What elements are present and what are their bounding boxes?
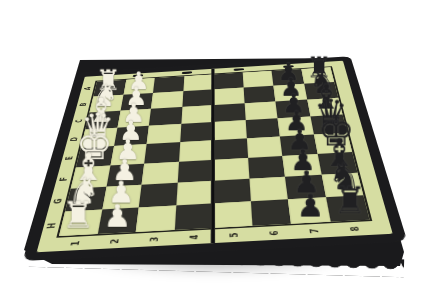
square-c3 [149, 107, 182, 126]
piece-white-rook: ♜ [59, 197, 98, 234]
square-g6 [249, 177, 288, 202]
square-e5 [213, 138, 248, 159]
photo-background: ♜♟♟♜♞♟♟♞♝♟♟♝♛♟♟♛♚♟♟♚♝♟♟♝♞♟♟♞♜♟♟♜ 1234567… [0, 0, 423, 300]
square-b3 [151, 91, 183, 109]
square-e3 [144, 142, 180, 163]
square-f5 [213, 158, 249, 181]
square-d5 [213, 120, 246, 140]
square-g5 [213, 179, 250, 204]
square-h4 [174, 203, 213, 230]
square-h7: ♟ [288, 197, 330, 223]
square-c4 [181, 105, 213, 124]
square-e4 [179, 140, 213, 161]
square-d6 [245, 118, 280, 138]
square-g3 [139, 183, 177, 208]
square-f3 [142, 162, 179, 185]
square-e6 [246, 136, 282, 157]
square-h3 [136, 205, 176, 232]
hinge-icon [182, 71, 192, 74]
square-d3 [147, 124, 181, 144]
square-c6 [244, 101, 277, 120]
square-c5 [213, 103, 245, 122]
chess-set: ♜♟♟♜♞♟♟♞♝♟♟♝♛♟♟♛♚♟♟♚♝♟♟♝♞♟♟♞♜♟♟♜ 1234567… [23, 56, 408, 261]
square-f6 [248, 156, 285, 179]
square-d4 [180, 122, 213, 142]
square-h1: ♜ [59, 209, 102, 236]
square-h2: ♟ [97, 207, 138, 234]
scene: ♜♟♟♜♞♟♟♞♝♟♟♝♛♟♟♛♚♟♟♚♝♟♟♝♞♟♟♞♜♟♟♜ 1234567… [0, 0, 423, 300]
piece-white-pawn: ♟ [97, 200, 136, 231]
square-b4 [182, 89, 213, 107]
chess-board: ♜♟♟♜♞♟♟♞♝♟♟♝♛♟♟♛♚♟♟♚♝♟♟♝♞♟♟♞♜♟♟♜ 1234567… [37, 61, 393, 252]
square-h6 [250, 199, 291, 226]
piece-black-pawn: ♟ [291, 190, 330, 221]
square-g4 [176, 181, 213, 206]
case-top-frame: ♜♟♟♜♞♟♟♞♝♟♟♝♛♟♟♛♚♟♟♚♝♟♟♝♞♟♟♞♜♟♟♜ 1234567… [23, 56, 408, 261]
square-h8: ♜ [325, 195, 369, 221]
square-b5 [213, 87, 244, 105]
piece-black-rook: ♜ [330, 182, 369, 219]
hinge-icon [234, 68, 245, 71]
square-b6 [243, 86, 275, 104]
square-f4 [177, 160, 213, 183]
square-h5 [213, 201, 252, 228]
